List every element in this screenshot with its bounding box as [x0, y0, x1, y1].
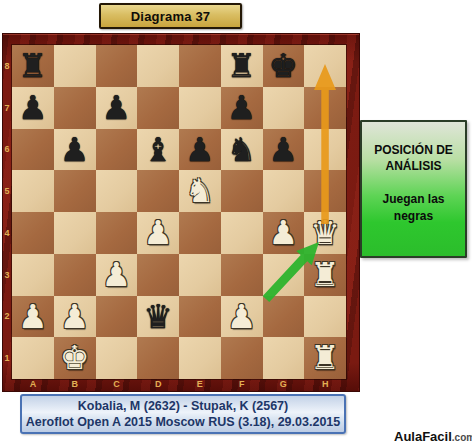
square-e6[interactable]: ♟: [179, 129, 221, 171]
rank-label-8: 8: [2, 45, 12, 87]
square-b5[interactable]: [54, 170, 96, 212]
square-h1[interactable]: ♜: [304, 337, 346, 379]
square-d2[interactable]: ♛: [137, 296, 179, 338]
square-g4[interactable]: ♟: [263, 212, 305, 254]
square-c2[interactable]: [96, 296, 138, 338]
rank-label-4: 4: [2, 212, 12, 254]
piece-black-pawn[interactable]: ♟: [185, 129, 215, 171]
piece-black-pawn[interactable]: ♟: [18, 87, 48, 129]
square-g1[interactable]: [263, 337, 305, 379]
piece-white-rook[interactable]: ♜: [310, 337, 340, 379]
file-label-c: C: [96, 377, 138, 391]
brand-suffix: .com: [452, 432, 472, 443]
square-b4[interactable]: [54, 212, 96, 254]
piece-black-pawn[interactable]: ♟: [269, 129, 299, 171]
square-c5[interactable]: [96, 170, 138, 212]
file-label-h: H: [304, 377, 346, 391]
square-g7[interactable]: [263, 87, 305, 129]
square-a7[interactable]: ♟: [12, 87, 54, 129]
square-h4[interactable]: ♛: [304, 212, 346, 254]
square-a5[interactable]: [12, 170, 54, 212]
rank-label-3: 3: [2, 254, 12, 296]
square-h2[interactable]: [304, 296, 346, 338]
file-label-b: B: [54, 377, 96, 391]
square-f5[interactable]: [221, 170, 263, 212]
piece-white-pawn[interactable]: ♟: [227, 296, 257, 338]
square-b8[interactable]: [54, 45, 96, 87]
game-caption-box: Kobalia, M (2632) - Stupak, K (2567) Aer…: [20, 394, 346, 434]
piece-white-pawn[interactable]: ♟: [60, 296, 90, 338]
square-f3[interactable]: [221, 254, 263, 296]
square-g6[interactable]: ♟: [263, 129, 305, 171]
square-e4[interactable]: [179, 212, 221, 254]
piece-white-rook[interactable]: ♜: [310, 254, 340, 296]
square-c7[interactable]: ♟: [96, 87, 138, 129]
square-e5[interactable]: ♞: [179, 170, 221, 212]
square-a8[interactable]: ♜: [12, 45, 54, 87]
square-d6[interactable]: ♝: [137, 129, 179, 171]
rank-label-5: 5: [2, 170, 12, 212]
piece-black-king[interactable]: ♚: [269, 45, 299, 87]
square-d1[interactable]: [137, 337, 179, 379]
square-b2[interactable]: ♟: [54, 296, 96, 338]
square-a6[interactable]: [12, 129, 54, 171]
square-a4[interactable]: [12, 212, 54, 254]
event-line: Aeroflot Open A 2015 Moscow RUS (3.18), …: [26, 414, 340, 430]
square-h8[interactable]: [304, 45, 346, 87]
square-a2[interactable]: ♟: [12, 296, 54, 338]
square-e1[interactable]: [179, 337, 221, 379]
square-b7[interactable]: [54, 87, 96, 129]
square-f1[interactable]: [221, 337, 263, 379]
square-f2[interactable]: ♟: [221, 296, 263, 338]
piece-white-pawn[interactable]: ♟: [143, 212, 173, 254]
file-label-g: G: [263, 377, 305, 391]
rank-label-1: 1: [2, 337, 12, 379]
piece-black-queen[interactable]: ♛: [143, 296, 173, 338]
square-c6[interactable]: [96, 129, 138, 171]
diagram-title-banner: Diagrama 37: [99, 3, 242, 29]
square-e3[interactable]: [179, 254, 221, 296]
square-d7[interactable]: [137, 87, 179, 129]
piece-white-queen[interactable]: ♛: [310, 212, 340, 254]
square-a1[interactable]: [12, 337, 54, 379]
square-h3[interactable]: ♜: [304, 254, 346, 296]
square-d5[interactable]: [137, 170, 179, 212]
diagram-title: Diagrama 37: [131, 9, 211, 24]
square-g3[interactable]: [263, 254, 305, 296]
piece-black-knight[interactable]: ♞: [227, 129, 257, 171]
square-f8[interactable]: ♜: [221, 45, 263, 87]
piece-black-rook[interactable]: ♜: [18, 45, 48, 87]
square-d3[interactable]: [137, 254, 179, 296]
rank-label-6: 6: [2, 129, 12, 171]
square-h5[interactable]: [304, 170, 346, 212]
square-d8[interactable]: [137, 45, 179, 87]
file-label-f: F: [221, 377, 263, 391]
square-d4[interactable]: ♟: [137, 212, 179, 254]
square-b6[interactable]: ♟: [54, 129, 96, 171]
square-h7[interactable]: [304, 87, 346, 129]
piece-white-knight[interactable]: ♞: [185, 170, 215, 212]
piece-black-pawn[interactable]: ♟: [227, 87, 257, 129]
brand-name: AulaFacil: [394, 429, 452, 444]
square-b3[interactable]: [54, 254, 96, 296]
piece-black-pawn[interactable]: ♟: [60, 129, 90, 171]
rank-label-7: 7: [2, 87, 12, 129]
square-e7[interactable]: [179, 87, 221, 129]
analysis-panel: POSICIÓN DE ANÁLISIS Juegan las negras: [360, 120, 467, 258]
piece-white-king[interactable]: ♚: [60, 337, 90, 379]
piece-white-pawn[interactable]: ♟: [102, 254, 132, 296]
square-f7[interactable]: ♟: [221, 87, 263, 129]
players-line: Kobalia, M (2632) - Stupak, K (2567): [78, 398, 288, 414]
square-b1[interactable]: ♚: [54, 337, 96, 379]
square-g8[interactable]: ♚: [263, 45, 305, 87]
square-e8[interactable]: [179, 45, 221, 87]
chess-board: ♜♜♚♟♟♟♟♝♟♞♟♞♟♟♛♟♜♟♟♛♟♚♜: [12, 45, 346, 379]
piece-white-pawn[interactable]: ♟: [269, 212, 299, 254]
site-watermark: AulaFacil.com: [394, 427, 472, 444]
square-f6[interactable]: ♞: [221, 129, 263, 171]
side-to-move-label: Juegan las negras: [374, 191, 454, 225]
rank-label-2: 2: [2, 296, 12, 338]
piece-black-rook[interactable]: ♜: [227, 45, 257, 87]
square-c4[interactable]: [96, 212, 138, 254]
file-label-a: A: [12, 377, 54, 391]
analysis-heading: POSICIÓN DE ANÁLISIS: [368, 142, 460, 174]
piece-white-pawn[interactable]: ♟: [18, 296, 48, 338]
square-h6[interactable]: [304, 129, 346, 171]
square-g5[interactable]: [263, 170, 305, 212]
square-c8[interactable]: [96, 45, 138, 87]
file-label-d: D: [137, 377, 179, 391]
piece-black-bishop[interactable]: ♝: [143, 129, 173, 171]
square-a3[interactable]: [12, 254, 54, 296]
square-c1[interactable]: [96, 337, 138, 379]
square-c3[interactable]: ♟: [96, 254, 138, 296]
square-g2[interactable]: [263, 296, 305, 338]
square-f4[interactable]: [221, 212, 263, 254]
square-e2[interactable]: [179, 296, 221, 338]
piece-black-pawn[interactable]: ♟: [102, 87, 132, 129]
file-label-e: E: [179, 377, 221, 391]
